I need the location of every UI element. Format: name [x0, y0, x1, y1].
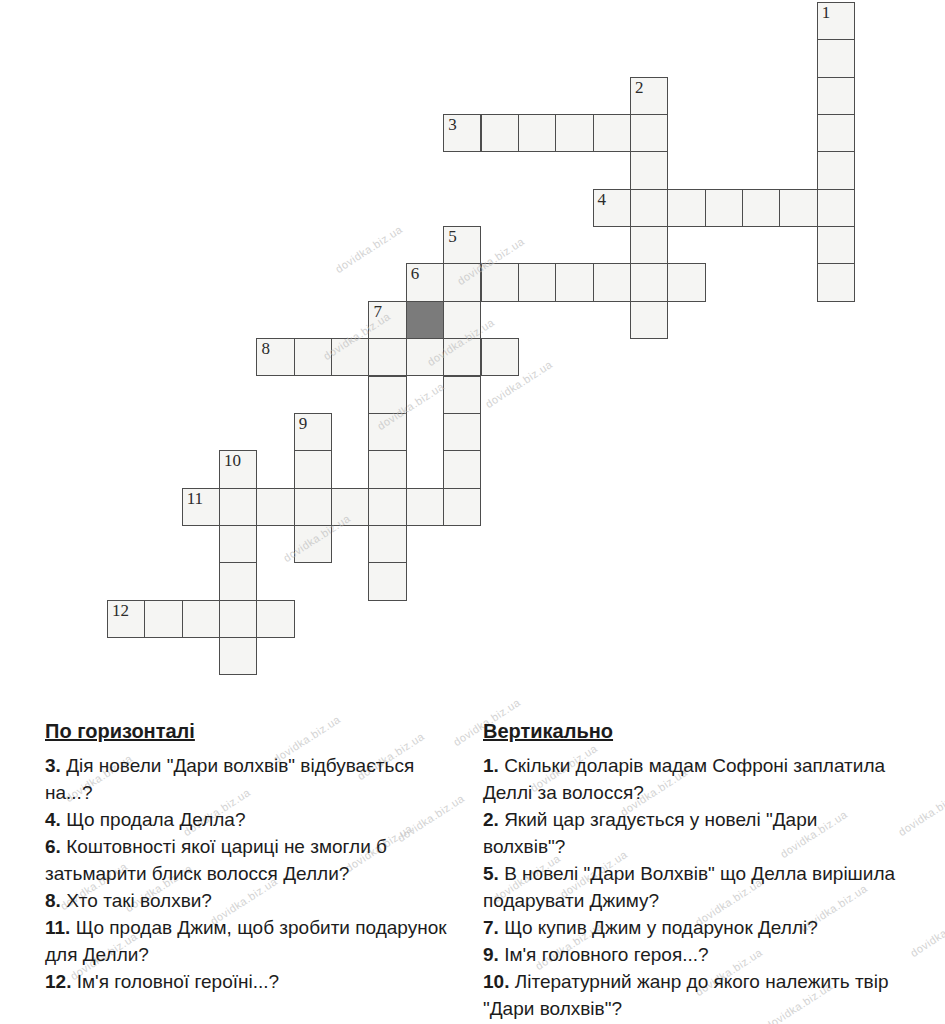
grid-cell[interactable]	[443, 413, 481, 451]
clue-item-text: Хто такі волхви?	[66, 890, 212, 911]
clue-item: 8. Хто такі волхви?	[45, 887, 477, 914]
grid-cell[interactable]	[705, 189, 743, 227]
grid-cell[interactable]	[555, 263, 593, 301]
clue-number: 6	[407, 264, 443, 283]
grid-cell[interactable]	[443, 376, 481, 414]
grid-cell[interactable]	[219, 562, 257, 600]
crossword-page: 123456789101112 dovidka.biz.uadovidka.bi…	[0, 0, 945, 1024]
down-clues-section: Вертикально 1. Скільки доларів мадам Соф…	[483, 718, 941, 1022]
clue-item: 4. Що продала Делла?	[45, 806, 477, 833]
grid-cell[interactable]	[817, 226, 855, 264]
clue-item-number: 3.	[45, 755, 61, 776]
clue-number: 4	[594, 190, 630, 209]
grid-cell[interactable]	[256, 600, 294, 638]
grid-cell[interactable]: 3	[443, 114, 481, 152]
grid-cell[interactable]	[406, 338, 444, 376]
clue-item-number: 5.	[483, 863, 499, 884]
clue-item-text: Ім'я головного героя...?	[504, 944, 708, 965]
down-clues-header: Вертикально	[483, 718, 941, 745]
clue-item-number: 11.	[45, 917, 70, 938]
grid-cell[interactable]	[630, 226, 668, 264]
clue-item-text: Що продала Делла?	[66, 809, 245, 830]
clue-item-number: 6.	[45, 836, 61, 857]
grid-cell[interactable]	[817, 189, 855, 227]
grid-cell[interactable]	[443, 263, 481, 301]
grid-cell[interactable]: 4	[593, 189, 631, 227]
grid-cell[interactable]	[443, 338, 481, 376]
grid-cell[interactable]	[667, 189, 705, 227]
clue-number: 2	[631, 78, 667, 97]
clue-number: 11	[183, 489, 219, 508]
grid-cell[interactable]	[294, 488, 332, 526]
clue-item-text: Який цар згадується у новелі "Дари волхв…	[483, 809, 817, 857]
clue-item-number: 8.	[45, 890, 61, 911]
grid-cell[interactable]	[817, 114, 855, 152]
clue-item-text: В новелі "Дари Волхвів" що Делла вирішил…	[483, 863, 895, 911]
grid-cell[interactable]	[331, 338, 369, 376]
clue-item-text: Коштовності якої цариці не змогли б зать…	[45, 836, 387, 884]
clue-item: 10. Літературний жанр до якого належить …	[483, 968, 941, 1022]
grid-cell[interactable]	[368, 450, 406, 488]
clue-item-number: 1.	[483, 755, 499, 776]
clue-item: 12. Ім'я головної героїні...?	[45, 968, 477, 995]
grid-cell[interactable]	[368, 376, 406, 414]
clue-item: 1. Скільки доларів мадам Софроні заплати…	[483, 752, 941, 806]
grid-cell[interactable]	[555, 114, 593, 152]
grid-cell[interactable]: 6	[406, 263, 444, 301]
grid-cell[interactable]	[593, 114, 631, 152]
grid-cell[interactable]	[182, 600, 220, 638]
grid-cell[interactable]	[443, 450, 481, 488]
grid-cell[interactable]	[630, 301, 668, 339]
clue-item: 5. В новелі "Дари Волхвів" що Делла вирі…	[483, 860, 941, 914]
grid-cell[interactable]	[368, 525, 406, 563]
clue-item: 11. Що продав Джим, щоб зробити подаруно…	[45, 914, 477, 968]
grid-cell[interactable]	[368, 562, 406, 600]
grid-cell[interactable]	[331, 488, 369, 526]
clue-item-text: Ім'я головної героїні...?	[77, 971, 279, 992]
clue-item-number: 12.	[45, 971, 71, 992]
clue-item: 7. Що купив Джим у подарунок Деллі?	[483, 914, 941, 941]
clue-item-text: Що купив Джим у подарунок Деллі?	[504, 917, 818, 938]
grid-cell[interactable]	[481, 114, 519, 152]
clue-item: 9. Ім'я головного героя...?	[483, 941, 941, 968]
grid-cell[interactable]	[779, 189, 817, 227]
grid-cell[interactable]	[742, 189, 780, 227]
clue-number: 8	[257, 339, 293, 358]
clue-item-number: 7.	[483, 917, 499, 938]
grid-cell[interactable]	[630, 189, 668, 227]
grid-cell[interactable]	[406, 488, 444, 526]
clue-item-number: 4.	[45, 809, 61, 830]
grid-cell[interactable]: 8	[256, 338, 294, 376]
grid-cell[interactable]	[443, 301, 481, 339]
grid-cell[interactable]	[368, 413, 406, 451]
grid-cell[interactable]: 10	[219, 450, 257, 488]
grid-cell[interactable]: 7	[368, 301, 406, 339]
grid-cell[interactable]	[593, 263, 631, 301]
grid-cell[interactable]: 2	[630, 77, 668, 115]
clue-item: 2. Який цар згадується у новелі "Дари во…	[483, 806, 941, 860]
grid-cell[interactable]	[219, 637, 257, 675]
across-clues-header: По горизонталі	[45, 718, 477, 745]
grid-cell[interactable]	[144, 600, 182, 638]
grid-cell[interactable]	[630, 114, 668, 152]
grid-cell[interactable]	[256, 488, 294, 526]
grid-cell[interactable]	[219, 525, 257, 563]
grid-cell[interactable]: 11	[182, 488, 220, 526]
clue-item: 6. Коштовності якої цариці не змогли б з…	[45, 833, 477, 887]
crossword-board: 123456789101112	[0, 0, 945, 700]
clue-number: 7	[369, 302, 405, 321]
clue-number: 12	[108, 601, 144, 620]
grid-cell[interactable]	[630, 263, 668, 301]
clue-number: 3	[444, 115, 480, 134]
clue-number: 1	[818, 3, 854, 22]
grid-cell[interactable]	[294, 338, 332, 376]
blocked-cell	[406, 301, 444, 339]
clue-item-text: Дія новели "Дари волхвів" відбувається н…	[45, 755, 414, 803]
grid-cell[interactable]	[817, 151, 855, 189]
grid-cell[interactable]: 5	[443, 226, 481, 264]
grid-cell[interactable]	[630, 151, 668, 189]
clue-item-number: 2.	[483, 809, 499, 830]
grid-cell[interactable]	[481, 338, 519, 376]
grid-cell[interactable]	[368, 488, 406, 526]
grid-cell[interactable]: 1	[817, 2, 855, 40]
clue-item-text: Скільки доларів мадам Софроні заплатила …	[483, 755, 885, 803]
clue-item-number: 10.	[483, 971, 509, 992]
grid-cell[interactable]: 9	[294, 413, 332, 451]
grid-cell[interactable]	[518, 263, 556, 301]
grid-cell[interactable]: 12	[107, 600, 145, 638]
grid-cell[interactable]	[817, 77, 855, 115]
clue-number: 5	[444, 227, 480, 246]
grid-cell[interactable]	[219, 488, 257, 526]
grid-cell[interactable]	[481, 263, 519, 301]
grid-cell[interactable]	[219, 600, 257, 638]
grid-cell[interactable]	[518, 114, 556, 152]
grid-cell[interactable]	[294, 525, 332, 563]
clue-item: 3. Дія новели "Дари волхвів" відбуваєтьс…	[45, 752, 477, 806]
grid-cell[interactable]	[294, 450, 332, 488]
grid-cell[interactable]	[817, 39, 855, 77]
clue-number: 10	[220, 451, 256, 470]
grid-cell[interactable]	[667, 263, 705, 301]
clue-item-text: Що продав Джим, щоб зробити подарунок дл…	[45, 917, 447, 965]
grid-cell[interactable]	[817, 263, 855, 301]
clue-item-text: Літературний жанр до якого належить твір…	[483, 971, 889, 1019]
clue-item-number: 9.	[483, 944, 499, 965]
across-clues-section: По горизонталі 3. Дія новели "Дари волхв…	[45, 718, 477, 995]
grid-cell[interactable]	[443, 488, 481, 526]
grid-cell[interactable]	[368, 338, 406, 376]
clue-number: 9	[295, 414, 331, 433]
